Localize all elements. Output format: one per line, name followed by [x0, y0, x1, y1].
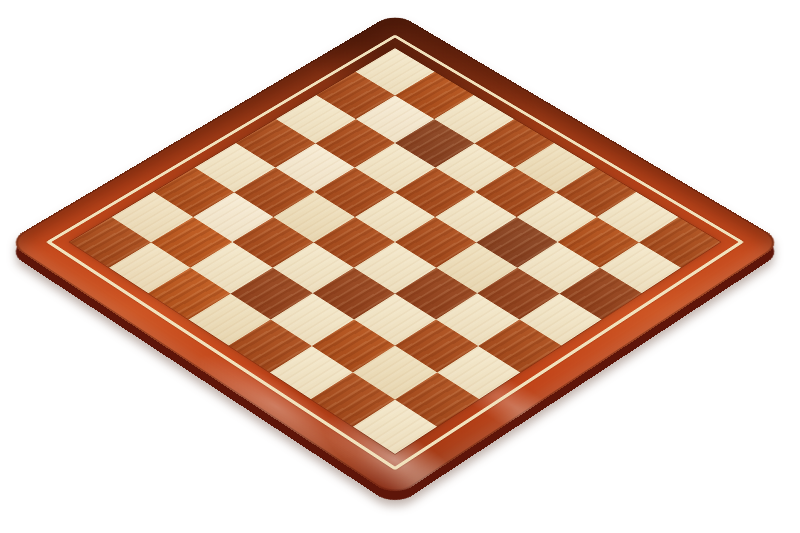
product-photo	[0, 0, 800, 533]
board-frame	[6, 12, 784, 498]
chessboard	[6, 12, 784, 498]
board-scene	[0, 0, 800, 533]
playing-field	[70, 48, 721, 454]
